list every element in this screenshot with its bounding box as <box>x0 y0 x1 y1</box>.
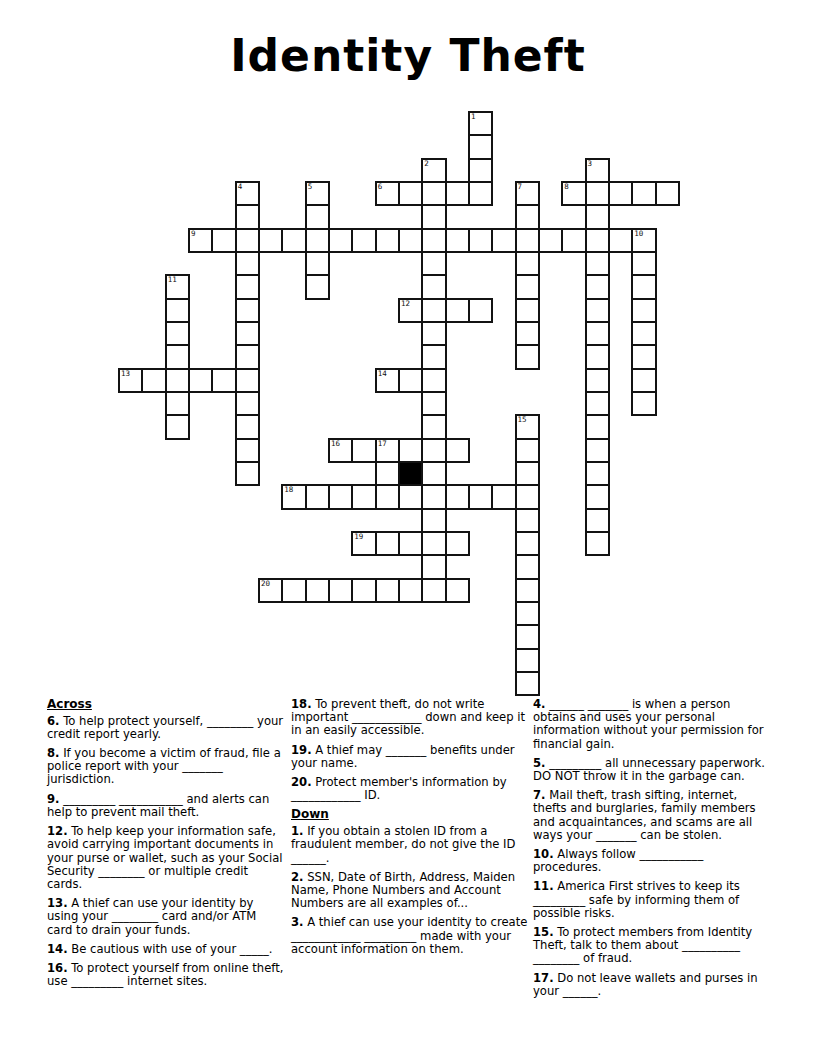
page-title: Identity Theft <box>0 30 816 81</box>
grid-cell[interactable] <box>351 438 376 463</box>
grid-cell[interactable] <box>631 344 656 369</box>
grid-cell[interactable] <box>445 578 470 603</box>
grid-cell[interactable] <box>421 321 446 346</box>
grid-cell[interactable] <box>631 321 656 346</box>
grid-cell[interactable] <box>515 508 540 533</box>
grid-cell[interactable] <box>515 484 540 509</box>
grid-cell[interactable] <box>585 461 610 486</box>
grid-cell[interactable] <box>258 228 283 253</box>
grid-cell[interactable] <box>538 228 563 253</box>
grid-cell[interactable] <box>421 251 446 276</box>
clue-a16: 16. To protect yourself from online thef… <box>47 962 285 988</box>
grid-cell[interactable] <box>305 204 330 229</box>
grid-cell[interactable] <box>585 251 610 276</box>
grid-cell[interactable] <box>631 181 656 206</box>
grid-cell[interactable] <box>305 578 330 603</box>
grid-cell[interactable] <box>585 204 610 229</box>
grid-cell[interactable] <box>398 484 423 509</box>
grid-cell[interactable] <box>328 484 353 509</box>
grid-cell[interactable] <box>585 438 610 463</box>
grid-cell[interactable] <box>421 344 446 369</box>
grid-cell[interactable] <box>585 158 610 183</box>
grid-cell[interactable] <box>305 484 330 509</box>
grid-cell[interactable] <box>421 414 446 439</box>
grid-cell[interactable] <box>165 414 190 439</box>
grid-cell[interactable] <box>585 531 610 556</box>
grid-cell[interactable] <box>351 578 376 603</box>
grid-cell[interactable] <box>608 181 633 206</box>
grid-cell[interactable] <box>515 204 540 229</box>
grid-cell[interactable] <box>398 298 423 323</box>
grid-cell[interactable] <box>375 578 400 603</box>
grid-cell[interactable] <box>211 228 236 253</box>
grid-cell[interactable] <box>305 181 330 206</box>
grid-cell[interactable] <box>585 298 610 323</box>
grid-cell[interactable] <box>398 578 423 603</box>
grid-cell[interactable] <box>561 228 586 253</box>
grid-cell[interactable] <box>515 414 540 439</box>
grid-cell[interactable] <box>398 368 423 393</box>
grid-cell[interactable] <box>165 391 190 416</box>
grid-cell[interactable] <box>421 368 446 393</box>
grid-cell[interactable] <box>235 391 260 416</box>
grid-cell[interactable] <box>515 624 540 649</box>
grid-cell[interactable] <box>328 578 353 603</box>
grid-cell[interactable] <box>445 298 470 323</box>
grid-cell[interactable] <box>375 228 400 253</box>
clue-d3: 3. A thief can use your identity to crea… <box>291 916 531 956</box>
grid-cell[interactable] <box>398 228 423 253</box>
grid-cell[interactable] <box>281 228 306 253</box>
grid-cell[interactable] <box>585 274 610 299</box>
grid-cell[interactable] <box>328 438 353 463</box>
grid-cell[interactable] <box>188 228 213 253</box>
grid-cell[interactable] <box>421 274 446 299</box>
grid-cell[interactable] <box>585 344 610 369</box>
grid-cell[interactable] <box>585 484 610 509</box>
grid-cell[interactable] <box>445 531 470 556</box>
grid-cell[interactable] <box>631 391 656 416</box>
grid-cell[interactable] <box>585 508 610 533</box>
grid-cell[interactable] <box>655 181 680 206</box>
grid-cell[interactable] <box>515 344 540 369</box>
grid-cell[interactable] <box>515 251 540 276</box>
grid-cell[interactable] <box>398 181 423 206</box>
grid-cell[interactable] <box>375 181 400 206</box>
grid-cell[interactable] <box>631 368 656 393</box>
grid-cell[interactable] <box>328 228 353 253</box>
grid-cell[interactable] <box>421 204 446 229</box>
crossword-worksheet: Identity Theft 1234567891011121314151617… <box>0 0 816 1056</box>
grid-cell[interactable] <box>375 438 400 463</box>
grid-cell[interactable] <box>445 438 470 463</box>
grid-cell[interactable] <box>491 484 516 509</box>
grid-cell[interactable] <box>561 181 586 206</box>
clue-a6: 6. To help protect yourself, ________ yo… <box>47 715 285 741</box>
clue-a8: 8. If you become a victim of fraud, file… <box>47 747 285 787</box>
grid-cell[interactable] <box>515 648 540 673</box>
grid-cell[interactable] <box>165 344 190 369</box>
clue-d11: 11. America First strives to keep its __… <box>533 880 771 920</box>
grid-cell[interactable] <box>351 484 376 509</box>
clue-column-middle: 18. To prevent theft, do not write impor… <box>291 698 531 962</box>
clue-d15: 15. To protect members from Identity The… <box>533 926 771 966</box>
grid-cell[interactable] <box>515 228 540 253</box>
grid-cell[interactable] <box>235 298 260 323</box>
grid-cell[interactable] <box>375 368 400 393</box>
grid-cell[interactable] <box>165 274 190 299</box>
across-header: Across <box>47 698 285 712</box>
grid-cell[interactable] <box>515 671 540 696</box>
grid-cell[interactable] <box>421 298 446 323</box>
grid-cell[interactable] <box>235 204 260 229</box>
grid-cell[interactable] <box>235 438 260 463</box>
clue-column-right: 4. ______ _______ is when a person obtai… <box>533 698 771 1004</box>
grid-cell[interactable] <box>118 368 143 393</box>
grid-cell[interactable] <box>515 578 540 603</box>
grid-cell[interactable] <box>351 531 376 556</box>
grid-cell[interactable] <box>445 181 470 206</box>
grid-cell[interactable] <box>235 344 260 369</box>
grid-cell[interactable] <box>281 578 306 603</box>
grid-cell[interactable] <box>351 228 376 253</box>
grid-cell[interactable] <box>421 578 446 603</box>
clue-column-left: Across6. To help protect yourself, _____… <box>47 698 285 994</box>
grid-cell[interactable] <box>421 228 446 253</box>
black-cell <box>398 461 423 486</box>
grid-cell[interactable] <box>398 531 423 556</box>
grid-cell[interactable] <box>631 228 656 253</box>
grid-cell[interactable] <box>585 181 610 206</box>
grid-cell[interactable] <box>421 531 446 556</box>
grid-cell[interactable] <box>235 461 260 486</box>
grid-cell[interactable] <box>515 298 540 323</box>
grid-cell[interactable] <box>585 321 610 346</box>
grid-cell[interactable] <box>165 321 190 346</box>
grid-cell[interactable] <box>585 228 610 253</box>
grid-cell[interactable] <box>515 601 540 626</box>
grid-cell[interactable] <box>468 484 493 509</box>
grid-cell[interactable] <box>468 158 493 183</box>
grid-cell[interactable] <box>305 251 330 276</box>
grid-cell[interactable] <box>515 438 540 463</box>
clue-d5: 5. _________ all unnecessary paperwork. … <box>533 757 771 783</box>
grid-cell[interactable] <box>445 484 470 509</box>
grid-cell[interactable] <box>445 228 470 253</box>
clue-d7: 7. Mail theft, trash sifting, internet, … <box>533 789 771 842</box>
clue-d4: 4. ______ _______ is when a person obtai… <box>533 698 771 751</box>
clue-d17: 17. Do not leave wallets and purses in y… <box>533 972 771 998</box>
grid-cell[interactable] <box>305 274 330 299</box>
grid-cell[interactable] <box>515 181 540 206</box>
down-header: Down <box>291 808 531 822</box>
grid-cell[interactable] <box>631 274 656 299</box>
grid-cell[interactable] <box>631 298 656 323</box>
clue-a12: 12. To help keep your information safe, … <box>47 825 285 891</box>
grid-cell[interactable] <box>468 298 493 323</box>
clue-d10: 10. Always follow ___________ procedures… <box>533 848 771 874</box>
grid-cell[interactable] <box>468 228 493 253</box>
grid-cell[interactable] <box>515 274 540 299</box>
grid-cell[interactable] <box>235 368 260 393</box>
grid-cell[interactable] <box>258 578 283 603</box>
grid-cell[interactable] <box>491 228 516 253</box>
grid-cell[interactable] <box>515 531 540 556</box>
grid-cell[interactable] <box>421 484 446 509</box>
grid-cell[interactable] <box>421 181 446 206</box>
clue-a20: 20. Protect member's information by ____… <box>291 776 531 802</box>
grid-cell[interactable] <box>421 158 446 183</box>
grid-cell[interactable] <box>235 414 260 439</box>
crossword-grid: 1234567891011121314151617181920 <box>118 111 682 698</box>
grid-cell[interactable] <box>421 508 446 533</box>
clue-a14: 14. Be cautious with use of your _____. <box>47 943 285 956</box>
grid-cell[interactable] <box>281 484 306 509</box>
clue-a18: 18. To prevent theft, do not write impor… <box>291 698 531 738</box>
grid-cell[interactable] <box>235 228 260 253</box>
grid-cell[interactable] <box>235 181 260 206</box>
grid-cell[interactable] <box>235 321 260 346</box>
grid-cell[interactable] <box>585 391 610 416</box>
grid-cell[interactable] <box>375 484 400 509</box>
grid-cell[interactable] <box>608 228 633 253</box>
grid-cell[interactable] <box>375 531 400 556</box>
grid-cell[interactable] <box>305 228 330 253</box>
grid-cell[interactable] <box>515 461 540 486</box>
grid-cell[interactable] <box>165 368 190 393</box>
clue-a13: 13. A thief can use your identity by usi… <box>47 897 285 937</box>
grid-cell[interactable] <box>165 298 190 323</box>
grid-cell[interactable] <box>375 461 400 486</box>
grid-cell[interactable] <box>141 368 166 393</box>
grid-cell[interactable] <box>421 461 446 486</box>
grid-cell[interactable] <box>515 554 540 579</box>
clue-d2: 2. SSN, Date of Birth, Address, Maiden N… <box>291 871 531 911</box>
grid-cell[interactable] <box>515 321 540 346</box>
grid-cell[interactable] <box>421 391 446 416</box>
grid-cell[interactable] <box>188 368 213 393</box>
grid-cell[interactable] <box>235 274 260 299</box>
grid-cell[interactable] <box>235 251 260 276</box>
grid-cell[interactable] <box>468 134 493 159</box>
clue-a9: 9. _________ ___________ and alerts can … <box>47 793 285 819</box>
grid-cell[interactable] <box>421 438 446 463</box>
grid-cell[interactable] <box>468 181 493 206</box>
grid-cell[interactable] <box>631 251 656 276</box>
grid-cell[interactable] <box>468 111 493 136</box>
grid-cell[interactable] <box>211 368 236 393</box>
grid-cell[interactable] <box>398 438 423 463</box>
clue-a19: 19. A thief may _______ benefits under y… <box>291 744 531 770</box>
grid-cell[interactable] <box>585 414 610 439</box>
grid-cell[interactable] <box>421 554 446 579</box>
clue-d1: 1. If you obtain a stolen ID from a frau… <box>291 825 531 865</box>
grid-cell[interactable] <box>585 368 610 393</box>
